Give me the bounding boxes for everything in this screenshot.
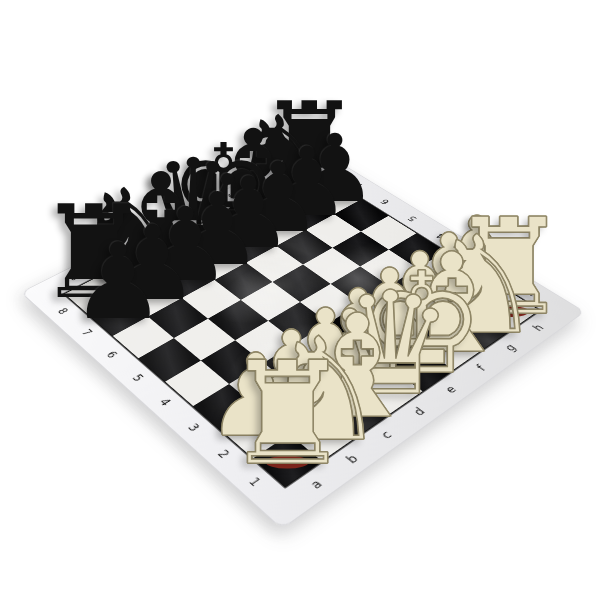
chess-mat: abcdefgh abcdefgh 87654321 87654321 (20, 146, 585, 530)
mat-shadow-wrap: abcdefgh abcdefgh 87654321 87654321 (0, 0, 600, 600)
playing-area (65, 167, 540, 486)
board-grid (65, 167, 540, 486)
photo-stage: abcdefgh abcdefgh 87654321 87654321 ♜♞♝♛… (0, 0, 600, 600)
